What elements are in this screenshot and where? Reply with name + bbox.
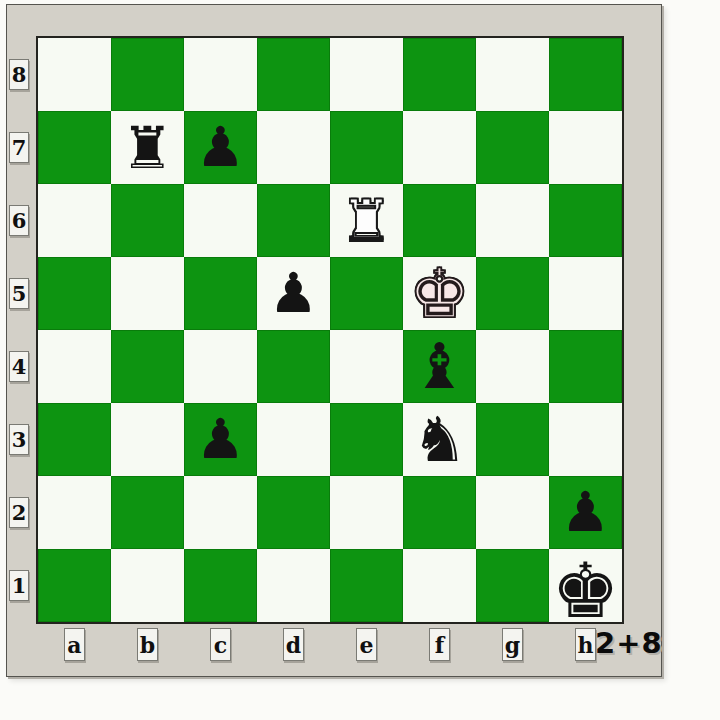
square-d7[interactable]: [257, 111, 330, 184]
square-g5[interactable]: [476, 257, 549, 330]
square-a4[interactable]: [38, 330, 111, 403]
square-f5[interactable]: ♚: [403, 257, 476, 330]
square-d3[interactable]: [257, 403, 330, 476]
square-f4[interactable]: ♝: [403, 330, 476, 403]
square-d6[interactable]: [257, 184, 330, 257]
rank-label-8: 8: [9, 59, 29, 90]
piece-white-king[interactable]: ♚: [409, 260, 470, 328]
square-h7[interactable]: [549, 111, 622, 184]
square-h4[interactable]: [549, 330, 622, 403]
square-a2[interactable]: [38, 476, 111, 549]
rank-label-3: 3: [9, 424, 29, 455]
square-b8[interactable]: [111, 38, 184, 111]
piece-black-knight[interactable]: ♞: [412, 409, 468, 471]
square-b7[interactable]: ♜: [111, 111, 184, 184]
square-f2[interactable]: [403, 476, 476, 549]
rank-label-5: 5: [9, 278, 29, 309]
square-f7[interactable]: [403, 111, 476, 184]
square-g2[interactable]: [476, 476, 549, 549]
piece-black-bishop[interactable]: ♝: [411, 335, 467, 398]
square-g8[interactable]: [476, 38, 549, 111]
square-b2[interactable]: [111, 476, 184, 549]
file-label-b: b: [137, 628, 158, 661]
square-h5[interactable]: [549, 257, 622, 330]
square-b1[interactable]: [111, 549, 184, 622]
square-c3[interactable]: ♟: [184, 403, 257, 476]
square-h8[interactable]: [549, 38, 622, 111]
square-d2[interactable]: [257, 476, 330, 549]
file-label-g: g: [502, 628, 523, 661]
square-c6[interactable]: [184, 184, 257, 257]
square-f1[interactable]: [403, 549, 476, 622]
piece-black-pawn[interactable]: ♟: [561, 485, 610, 540]
rank-label-7: 7: [9, 132, 29, 163]
square-c5[interactable]: [184, 257, 257, 330]
rank-label-1: 1: [9, 570, 29, 601]
square-g4[interactable]: [476, 330, 549, 403]
square-a3[interactable]: [38, 403, 111, 476]
square-h1[interactable]: ♚: [549, 549, 622, 622]
file-label-e: e: [356, 628, 377, 661]
square-g1[interactable]: [476, 549, 549, 622]
square-b5[interactable]: [111, 257, 184, 330]
piece-black-pawn[interactable]: ♟: [196, 412, 245, 467]
square-c1[interactable]: [184, 549, 257, 622]
square-g7[interactable]: [476, 111, 549, 184]
rank-label-2: 2: [9, 497, 29, 528]
piece-black-pawn[interactable]: ♟: [269, 266, 318, 321]
piece-black-pawn[interactable]: ♟: [196, 120, 245, 175]
square-h2[interactable]: ♟: [549, 476, 622, 549]
square-c7[interactable]: ♟: [184, 111, 257, 184]
square-a8[interactable]: [38, 38, 111, 111]
square-b4[interactable]: [111, 330, 184, 403]
square-e8[interactable]: [330, 38, 403, 111]
square-d5[interactable]: ♟: [257, 257, 330, 330]
square-d8[interactable]: [257, 38, 330, 111]
square-h3[interactable]: [549, 403, 622, 476]
chess-board: ♜♟♜♟♚♝♟♞♟♚: [36, 36, 624, 624]
square-e1[interactable]: [330, 549, 403, 622]
square-e4[interactable]: [330, 330, 403, 403]
piece-black-king[interactable]: ♚: [551, 553, 619, 629]
square-a5[interactable]: [38, 257, 111, 330]
square-d1[interactable]: [257, 549, 330, 622]
file-label-f: f: [429, 628, 450, 661]
file-label-d: d: [283, 628, 304, 661]
file-label-c: c: [210, 628, 231, 661]
piece-white-rook[interactable]: ♜: [341, 192, 393, 250]
square-a7[interactable]: [38, 111, 111, 184]
square-g3[interactable]: [476, 403, 549, 476]
square-c4[interactable]: [184, 330, 257, 403]
square-b6[interactable]: [111, 184, 184, 257]
square-e5[interactable]: [330, 257, 403, 330]
square-e3[interactable]: [330, 403, 403, 476]
rank-label-4: 4: [9, 351, 29, 382]
square-f8[interactable]: [403, 38, 476, 111]
square-f6[interactable]: [403, 184, 476, 257]
square-e7[interactable]: [330, 111, 403, 184]
square-c8[interactable]: [184, 38, 257, 111]
square-e6[interactable]: ♜: [330, 184, 403, 257]
square-a6[interactable]: [38, 184, 111, 257]
square-c2[interactable]: [184, 476, 257, 549]
square-g6[interactable]: [476, 184, 549, 257]
piece-black-rook[interactable]: ♜: [122, 119, 174, 177]
rank-label-6: 6: [9, 205, 29, 236]
square-d4[interactable]: [257, 330, 330, 403]
square-b3[interactable]: [111, 403, 184, 476]
square-h6[interactable]: [549, 184, 622, 257]
square-f3[interactable]: ♞: [403, 403, 476, 476]
file-label-a: a: [64, 628, 85, 661]
square-e2[interactable]: [330, 476, 403, 549]
square-a1[interactable]: [38, 549, 111, 622]
